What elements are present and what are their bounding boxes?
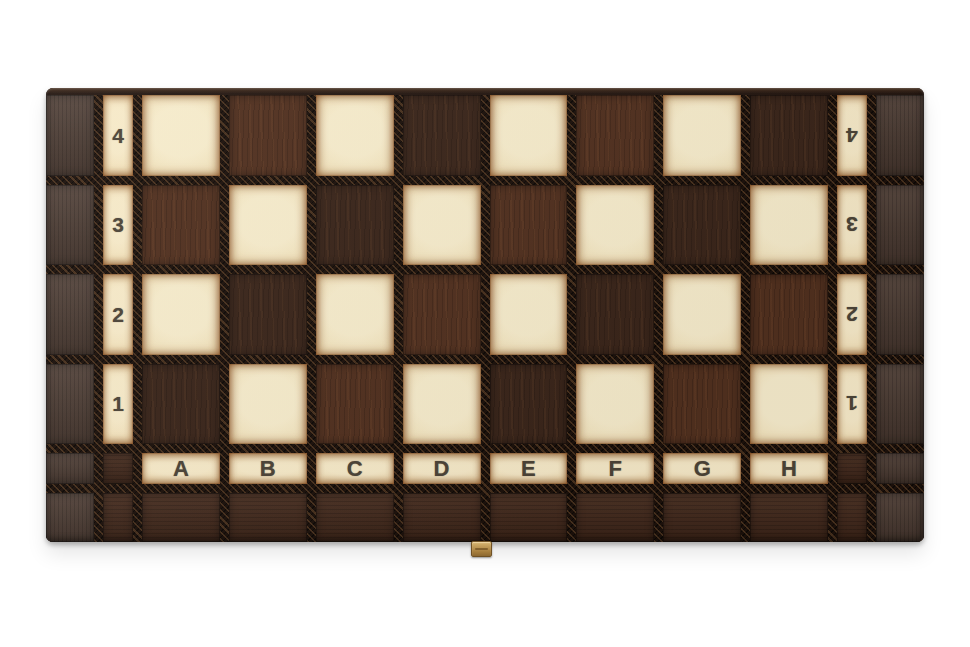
rank-label-right-4: 4 — [837, 95, 867, 176]
square-b1 — [229, 364, 307, 445]
bottom-rail-h — [750, 493, 828, 542]
file-label-d: D — [403, 453, 481, 484]
bottom-rail-e — [490, 493, 568, 542]
bottom-rail-right-label-col — [837, 493, 867, 542]
rank-label-right-2: 2 — [837, 274, 867, 355]
rank-label-left-1-text: 1 — [112, 393, 124, 414]
square-e4 — [490, 95, 568, 176]
square-g2 — [663, 274, 741, 355]
square-g3 — [663, 185, 741, 266]
side-rail-right-letters — [876, 453, 924, 484]
square-d3 — [403, 185, 481, 266]
rank-label-right-1-text: 1 — [846, 393, 858, 414]
rank-label-right-2-text: 2 — [846, 304, 858, 325]
square-c4 — [316, 95, 394, 176]
file-label-h: H — [750, 453, 828, 484]
filler-right-letters — [837, 453, 867, 484]
side-rail-right-rank-3 — [876, 185, 924, 266]
rank-label-left-4: 4 — [103, 95, 133, 176]
square-d2 — [403, 274, 481, 355]
square-a3 — [142, 185, 220, 266]
side-rail-left-rank-4 — [46, 95, 94, 176]
file-label-f-text: F — [609, 458, 622, 480]
side-rail-left-rank-2 — [46, 274, 94, 355]
side-rail-left-rank-3 — [46, 185, 94, 266]
square-b4 — [229, 95, 307, 176]
brass-latch — [471, 541, 492, 557]
square-g1 — [663, 364, 741, 445]
bottom-rail-b — [229, 493, 307, 542]
photo-scene: 44332211ABCDEFGH — [0, 0, 970, 647]
square-e1 — [490, 364, 568, 445]
rank-label-left-4-text: 4 — [112, 125, 124, 146]
square-h4 — [750, 95, 828, 176]
square-e3 — [490, 185, 568, 266]
file-label-f: F — [576, 453, 654, 484]
file-label-e-text: E — [521, 458, 536, 480]
file-label-d-text: D — [434, 458, 450, 480]
board-grid: 44332211ABCDEFGH — [46, 95, 924, 542]
square-f2 — [576, 274, 654, 355]
square-c3 — [316, 185, 394, 266]
bottom-rail-a — [142, 493, 220, 542]
file-label-c: C — [316, 453, 394, 484]
square-d1 — [403, 364, 481, 445]
square-h1 — [750, 364, 828, 445]
side-rail-right-rank-2 — [876, 274, 924, 355]
rank-label-right-3-text: 3 — [846, 214, 858, 235]
square-b3 — [229, 185, 307, 266]
square-c1 — [316, 364, 394, 445]
square-a1 — [142, 364, 220, 445]
file-label-h-text: H — [781, 458, 797, 480]
file-label-a-text: A — [173, 458, 189, 480]
square-b2 — [229, 274, 307, 355]
file-label-e: E — [490, 453, 568, 484]
bottom-rail-corner-right — [876, 493, 924, 542]
rank-label-left-2: 2 — [103, 274, 133, 355]
square-a4 — [142, 95, 220, 176]
bottom-rail-left-label-col — [103, 493, 133, 542]
side-rail-right-rank-4 — [876, 95, 924, 176]
side-rail-right-rank-1 — [876, 364, 924, 445]
box-top-edge — [46, 88, 924, 95]
square-h3 — [750, 185, 828, 266]
file-label-b-text: B — [260, 458, 276, 480]
square-g4 — [663, 95, 741, 176]
file-label-a: A — [142, 453, 220, 484]
rank-label-left-1: 1 — [103, 364, 133, 445]
rank-label-right-3: 3 — [837, 185, 867, 266]
rank-label-right-1: 1 — [837, 364, 867, 445]
square-f4 — [576, 95, 654, 176]
square-d4 — [403, 95, 481, 176]
square-c2 — [316, 274, 394, 355]
bottom-rail-g — [663, 493, 741, 542]
square-e2 — [490, 274, 568, 355]
chess-box: 44332211ABCDEFGH — [46, 88, 924, 542]
rank-label-left-2-text: 2 — [112, 304, 124, 325]
rank-label-right-4-text: 4 — [846, 125, 858, 146]
bottom-rail-corner-left — [46, 493, 94, 542]
square-f3 — [576, 185, 654, 266]
filler-left-letters — [103, 453, 133, 484]
bottom-rail-f — [576, 493, 654, 542]
square-f1 — [576, 364, 654, 445]
file-label-g: G — [663, 453, 741, 484]
square-h2 — [750, 274, 828, 355]
rank-label-left-3: 3 — [103, 185, 133, 266]
file-label-c-text: C — [347, 458, 363, 480]
square-a2 — [142, 274, 220, 355]
file-label-g-text: G — [694, 458, 711, 480]
rank-label-left-3-text: 3 — [112, 214, 124, 235]
bottom-rail-d — [403, 493, 481, 542]
bottom-rail-c — [316, 493, 394, 542]
side-rail-left-rank-1 — [46, 364, 94, 445]
file-label-b: B — [229, 453, 307, 484]
side-rail-left-letters — [46, 453, 94, 484]
